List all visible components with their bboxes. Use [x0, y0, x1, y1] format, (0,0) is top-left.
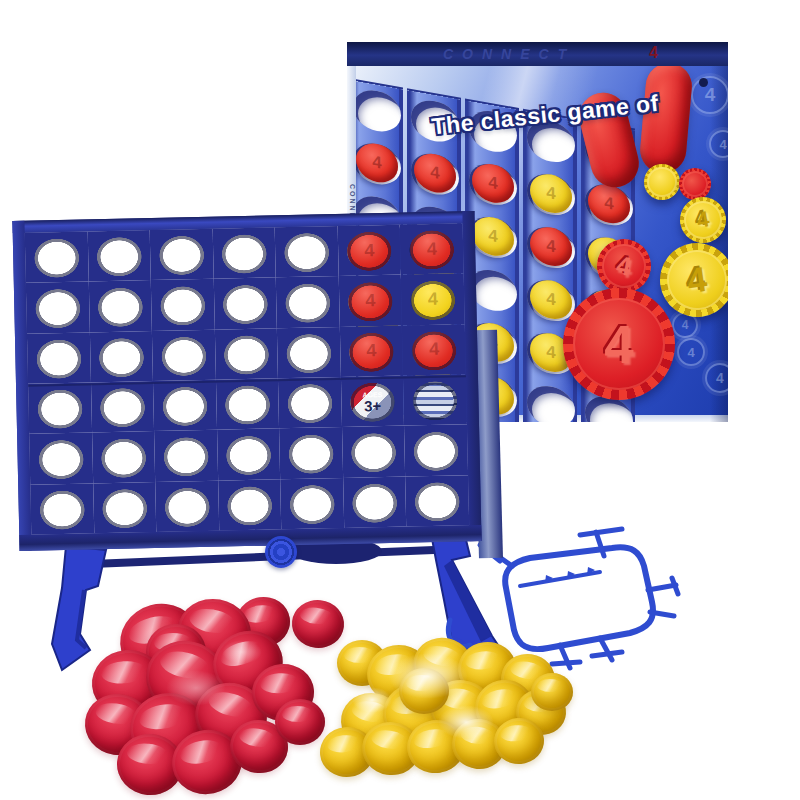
frame-cell-r4c6[interactable]	[341, 376, 405, 428]
frame-cell-r6c7[interactable]	[406, 475, 470, 527]
frame-cell-r2c4[interactable]	[213, 278, 277, 330]
frame-cell-r4c1[interactable]	[28, 382, 92, 434]
frame-cell-r3c4[interactable]	[215, 328, 279, 380]
frame-cell-r1c3[interactable]	[150, 229, 214, 281]
frame-cell-r6c1[interactable]	[30, 483, 94, 535]
frame-cell-r5c4[interactable]	[217, 429, 281, 481]
frame-cell-r3c2[interactable]	[89, 331, 153, 383]
connect-four-frame: 444444AGES3+	[12, 211, 481, 551]
left-leg	[52, 546, 106, 670]
frame-cell-r6c6[interactable]	[343, 476, 407, 528]
product-photo: CONNECT 4 44444444444444444 444444444 Th…	[0, 0, 800, 800]
frame-cell-r2c5[interactable]	[276, 276, 340, 328]
frame-cell-r2c6[interactable]	[339, 275, 403, 327]
frame-cell-r1c2[interactable]	[87, 230, 151, 282]
slider-bar	[92, 546, 434, 568]
frame-cell-r5c5[interactable]	[279, 427, 343, 479]
frame-cell-r1c7[interactable]	[400, 223, 464, 275]
frame-cell-r6c3[interactable]	[155, 480, 219, 532]
frame-cell-r5c7[interactable]	[404, 425, 468, 477]
frame-cell-r1c6[interactable]	[337, 225, 401, 277]
frame-cell-r3c6[interactable]	[340, 325, 404, 377]
frame-cell-r4c5[interactable]	[278, 377, 342, 429]
frame-cell-r3c7[interactable]	[402, 324, 466, 376]
frame-cell-r4c4[interactable]	[216, 378, 280, 430]
frame-cell-r5c2[interactable]	[92, 431, 156, 483]
frame-cell-r6c2[interactable]	[93, 482, 157, 534]
frame-cell-r3c3[interactable]	[152, 329, 216, 381]
frame-cell-r2c1[interactable]	[26, 282, 90, 334]
frame-cell-r2c3[interactable]	[151, 279, 215, 331]
frame-cell-r1c1[interactable]	[25, 231, 89, 283]
frame-cell-r4c3[interactable]	[153, 380, 217, 432]
frame-cell-r1c4[interactable]	[212, 227, 276, 279]
frame-cell-r5c6[interactable]	[342, 426, 406, 478]
pivot-token	[265, 536, 297, 568]
frame-cell-r3c1[interactable]	[27, 332, 91, 384]
frame-cell-r1c5[interactable]	[275, 226, 339, 278]
frame-cell-r6c5[interactable]	[280, 478, 344, 530]
frame-cell-r2c7[interactable]	[401, 274, 465, 326]
frame-cell-r4c2[interactable]	[91, 381, 155, 433]
frame-cell-r5c1[interactable]	[29, 433, 93, 485]
frame-cell-r4c7[interactable]	[403, 374, 467, 426]
frame-cell-r2c2[interactable]	[88, 280, 152, 332]
frame-cell-r5c3[interactable]	[154, 430, 218, 482]
frame-cell-r3c5[interactable]	[277, 327, 341, 379]
frame-cell-r6c4[interactable]	[218, 479, 282, 531]
